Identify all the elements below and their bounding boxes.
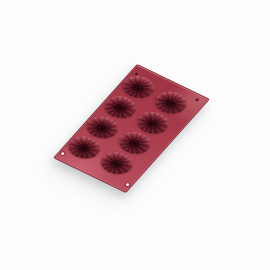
corner-hole-bottom bbox=[125, 183, 130, 187]
corner-hole-left bbox=[60, 152, 65, 156]
mold-shadow-wrap bbox=[0, 0, 270, 270]
corner-hole-right bbox=[195, 98, 200, 102]
product-photo bbox=[0, 0, 270, 270]
silicone-mold-tray bbox=[53, 64, 210, 193]
